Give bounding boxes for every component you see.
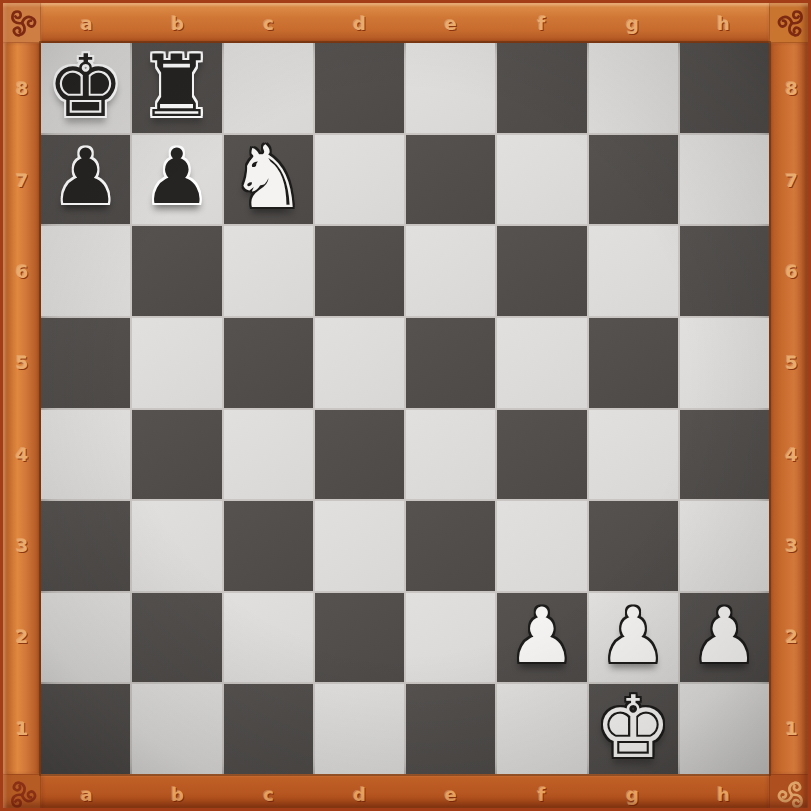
square-b8[interactable]: ♜ [132,43,221,133]
file-label: g [587,3,678,43]
square-h7[interactable] [680,135,769,225]
square-e1[interactable] [406,684,495,774]
rank-label: 4 [3,409,41,500]
square-c5[interactable] [224,318,313,408]
file-label: c [223,3,314,43]
rank-label: 6 [3,226,41,317]
square-f7[interactable] [497,135,586,225]
corner-bottom-right [769,774,811,811]
square-c8[interactable] [224,43,313,133]
square-c1[interactable] [224,684,313,774]
black-pawn[interactable]: ♟ [52,139,120,215]
square-c4[interactable] [224,410,313,500]
square-f8[interactable] [497,43,586,133]
file-label: h [678,774,769,811]
square-d3[interactable] [315,501,404,591]
rank-label: 1 [769,683,811,774]
square-h5[interactable] [680,318,769,408]
square-g5[interactable] [589,318,678,408]
rank-label: 1 [3,683,41,774]
file-label: f [496,3,587,43]
file-label: h [678,3,769,43]
square-c7[interactable]: ♞ [224,135,313,225]
file-label: e [405,774,496,811]
rank-label: 5 [3,317,41,408]
square-g7[interactable] [589,135,678,225]
square-f5[interactable] [497,318,586,408]
square-b6[interactable] [132,226,221,316]
white-pawn[interactable]: ♟ [508,598,576,674]
square-f6[interactable] [497,226,586,316]
file-label: a [41,774,132,811]
rank-label: 3 [3,500,41,591]
swirl-ornament-icon [776,7,808,39]
rank-label: 8 [769,43,811,134]
square-d5[interactable] [315,318,404,408]
square-g3[interactable] [589,501,678,591]
square-h6[interactable] [680,226,769,316]
square-a4[interactable] [41,410,130,500]
file-label: d [314,774,405,811]
square-h3[interactable] [680,501,769,591]
rank-labels-right: 87654321 [769,43,811,774]
file-label: b [132,774,223,811]
rank-label: 2 [3,591,41,682]
square-a7[interactable]: ♟ [41,135,130,225]
square-d8[interactable] [315,43,404,133]
square-a2[interactable] [41,593,130,683]
square-b5[interactable] [132,318,221,408]
square-g1[interactable]: ♚ [589,684,678,774]
file-label: d [314,3,405,43]
rank-label: 8 [3,43,41,134]
square-c3[interactable] [224,501,313,591]
square-h8[interactable] [680,43,769,133]
corner-top-right [769,3,811,43]
square-f4[interactable] [497,410,586,500]
rank-label: 7 [769,134,811,225]
square-c2[interactable] [224,593,313,683]
square-d7[interactable] [315,135,404,225]
file-labels-bottom: abcdefgh [41,774,769,811]
square-e7[interactable] [406,135,495,225]
square-f1[interactable] [497,684,586,774]
rank-labels-left: 87654321 [3,43,41,774]
square-g2[interactable]: ♟ [589,593,678,683]
square-e5[interactable] [406,318,495,408]
square-h2[interactable]: ♟ [680,593,769,683]
square-h4[interactable] [680,410,769,500]
square-g8[interactable] [589,43,678,133]
square-e8[interactable] [406,43,495,133]
black-king[interactable]: ♚ [47,43,124,129]
file-label: e [405,3,496,43]
rank-label: 3 [769,500,811,591]
swirl-ornament-icon [6,7,38,39]
rank-label: 6 [769,226,811,317]
square-a5[interactable] [41,318,130,408]
white-king[interactable]: ♚ [595,684,672,770]
white-knight[interactable]: ♞ [230,134,307,220]
square-e2[interactable] [406,593,495,683]
square-c6[interactable] [224,226,313,316]
square-b3[interactable] [132,501,221,591]
square-a1[interactable] [41,684,130,774]
square-e4[interactable] [406,410,495,500]
square-d1[interactable] [315,684,404,774]
square-d2[interactable] [315,593,404,683]
square-d6[interactable] [315,226,404,316]
rank-label: 7 [3,134,41,225]
white-pawn[interactable]: ♟ [690,598,758,674]
file-label: f [496,774,587,811]
rank-label: 5 [769,317,811,408]
swirl-ornament-icon [776,779,808,811]
chess-board: ♚♜♟♟♞♟♟♟♚ [41,43,769,774]
square-b1[interactable] [132,684,221,774]
square-b7[interactable]: ♟ [132,135,221,225]
black-rook[interactable]: ♜ [138,43,215,129]
chess-board-frame: abcdefgh abcdefgh 87654321 87654321 ♚♜♟♟… [0,0,811,811]
square-b4[interactable] [132,410,221,500]
file-label: c [223,774,314,811]
square-e6[interactable] [406,226,495,316]
square-b2[interactable] [132,593,221,683]
square-g4[interactable] [589,410,678,500]
corner-bottom-left [3,774,41,811]
square-a3[interactable] [41,501,130,591]
square-f2[interactable]: ♟ [497,593,586,683]
rank-label: 2 [769,591,811,682]
square-h1[interactable] [680,684,769,774]
square-g6[interactable] [589,226,678,316]
white-pawn[interactable]: ♟ [599,598,667,674]
square-e3[interactable] [406,501,495,591]
square-a6[interactable] [41,226,130,316]
swirl-ornament-icon [6,779,38,811]
square-a8[interactable]: ♚ [41,43,130,133]
square-f3[interactable] [497,501,586,591]
square-d4[interactable] [315,410,404,500]
rank-label: 4 [769,409,811,500]
corner-top-left [3,3,41,43]
black-pawn[interactable]: ♟ [143,139,211,215]
file-label: g [587,774,678,811]
